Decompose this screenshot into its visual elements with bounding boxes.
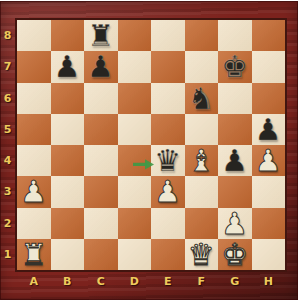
white-pawn[interactable]: ♟	[218, 208, 252, 239]
square-d8[interactable]	[118, 20, 152, 51]
square-f3[interactable]	[185, 176, 219, 207]
white-bishop[interactable]: ♝	[185, 145, 219, 176]
black-knight[interactable]: ♞	[185, 83, 219, 114]
square-c1[interactable]	[84, 239, 118, 270]
square-c8[interactable]: ♜	[84, 20, 118, 51]
square-h6[interactable]	[252, 83, 286, 114]
square-g1[interactable]: ♚	[218, 239, 252, 270]
square-a8[interactable]	[17, 20, 51, 51]
square-f4[interactable]: ♝	[185, 145, 219, 176]
rank-label-3: 3	[0, 176, 15, 207]
square-c3[interactable]	[84, 176, 118, 207]
square-d6[interactable]	[118, 83, 152, 114]
square-d3[interactable]	[118, 176, 152, 207]
square-f8[interactable]	[185, 20, 219, 51]
square-d1[interactable]	[118, 239, 152, 270]
rank-label-1: 1	[0, 239, 15, 270]
rank-label-7: 7	[0, 51, 15, 82]
square-c5[interactable]	[84, 114, 118, 145]
square-a2[interactable]	[17, 208, 51, 239]
square-g5[interactable]	[218, 114, 252, 145]
square-d7[interactable]	[118, 51, 152, 82]
square-a1[interactable]: ♜	[17, 239, 51, 270]
file-label-B: B	[51, 271, 85, 292]
square-e1[interactable]	[151, 239, 185, 270]
square-g2[interactable]: ♟	[218, 208, 252, 239]
file-label-D: D	[118, 271, 152, 292]
white-pawn[interactable]: ♟	[17, 176, 51, 207]
white-pawn[interactable]: ♟	[252, 145, 286, 176]
square-f2[interactable]	[185, 208, 219, 239]
rank-label-8: 8	[0, 20, 15, 51]
square-a5[interactable]	[17, 114, 51, 145]
square-h1[interactable]	[252, 239, 286, 270]
black-rook[interactable]: ♜	[84, 20, 118, 51]
square-h5[interactable]: ♟	[252, 114, 286, 145]
square-f7[interactable]	[185, 51, 219, 82]
file-labels: ABCDEFGH	[17, 271, 285, 292]
square-g7[interactable]: ♚	[218, 51, 252, 82]
square-g8[interactable]	[218, 20, 252, 51]
file-label-E: E	[151, 271, 185, 292]
square-d2[interactable]	[118, 208, 152, 239]
square-e2[interactable]	[151, 208, 185, 239]
square-g4[interactable]: ♟	[218, 145, 252, 176]
file-label-F: F	[185, 271, 219, 292]
file-label-C: C	[84, 271, 118, 292]
rank-label-2: 2	[0, 208, 15, 239]
white-pawn[interactable]: ♟	[151, 176, 185, 207]
square-e7[interactable]	[151, 51, 185, 82]
square-a7[interactable]	[17, 51, 51, 82]
square-e5[interactable]	[151, 114, 185, 145]
square-b7[interactable]: ♟	[51, 51, 85, 82]
square-f1[interactable]: ♛	[185, 239, 219, 270]
square-e8[interactable]	[151, 20, 185, 51]
black-pawn[interactable]: ♟	[252, 114, 286, 145]
square-a4[interactable]	[17, 145, 51, 176]
file-label-G: G	[218, 271, 252, 292]
square-b1[interactable]	[51, 239, 85, 270]
square-c2[interactable]	[84, 208, 118, 239]
square-c6[interactable]	[84, 83, 118, 114]
square-e4[interactable]: ♛	[151, 145, 185, 176]
white-rook[interactable]: ♜	[17, 239, 51, 270]
chess-board[interactable]: ♜♟♟♚♞♟♛♝♟♟♟♟♟♜♛♚	[15, 18, 287, 272]
square-c7[interactable]: ♟	[84, 51, 118, 82]
square-a3[interactable]: ♟	[17, 176, 51, 207]
square-h3[interactable]	[252, 176, 286, 207]
black-pawn[interactable]: ♟	[218, 145, 252, 176]
black-queen[interactable]: ♛	[151, 145, 185, 176]
square-h4[interactable]: ♟	[252, 145, 286, 176]
square-h8[interactable]	[252, 20, 286, 51]
square-g3[interactable]	[218, 176, 252, 207]
square-b2[interactable]	[51, 208, 85, 239]
black-pawn[interactable]: ♟	[51, 51, 85, 82]
square-b4[interactable]	[51, 145, 85, 176]
rank-label-4: 4	[0, 145, 15, 176]
black-king[interactable]: ♚	[218, 51, 252, 82]
square-h2[interactable]	[252, 208, 286, 239]
chess-position-screenshot: 87654321 ABCDEFGH ♜♟♟♚♞♟♛♝♟♟♟♟♟♜♛♚	[0, 0, 300, 300]
square-h7[interactable]	[252, 51, 286, 82]
square-a6[interactable]	[17, 83, 51, 114]
rank-labels: 87654321	[0, 20, 15, 270]
file-label-H: H	[252, 271, 286, 292]
square-c4[interactable]	[84, 145, 118, 176]
square-f6[interactable]: ♞	[185, 83, 219, 114]
square-e3[interactable]: ♟	[151, 176, 185, 207]
white-queen[interactable]: ♛	[185, 239, 219, 270]
white-king[interactable]: ♚	[218, 239, 252, 270]
black-pawn[interactable]: ♟	[84, 51, 118, 82]
board-frame: 87654321 ABCDEFGH ♜♟♟♚♞♟♛♝♟♟♟♟♟♜♛♚	[0, 1, 298, 300]
square-b5[interactable]	[51, 114, 85, 145]
square-b3[interactable]	[51, 176, 85, 207]
square-e6[interactable]	[151, 83, 185, 114]
rank-label-5: 5	[0, 114, 15, 145]
rank-label-6: 6	[0, 83, 15, 114]
square-b8[interactable]	[51, 20, 85, 51]
square-g6[interactable]	[218, 83, 252, 114]
file-label-A: A	[17, 271, 51, 292]
square-b6[interactable]	[51, 83, 85, 114]
square-d5[interactable]	[118, 114, 152, 145]
square-d4[interactable]	[118, 145, 152, 176]
square-f5[interactable]	[185, 114, 219, 145]
